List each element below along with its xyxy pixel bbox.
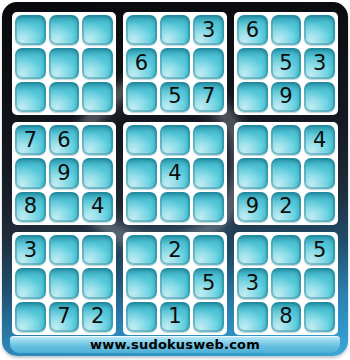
cell-r9c2: 7: [49, 302, 80, 332]
cell-r9c6[interactable]: [193, 302, 224, 332]
box-1-3: 6539: [234, 12, 338, 115]
cell-r1c4[interactable]: [126, 15, 157, 45]
cell-r6c8: 2: [271, 192, 302, 222]
cell-r2c5[interactable]: [160, 48, 191, 78]
cell-r1c7: 6: [237, 15, 268, 45]
cell-r2c7[interactable]: [237, 48, 268, 78]
cell-r6c2[interactable]: [49, 192, 80, 222]
cell-r9c5: 1: [160, 302, 191, 332]
cell-r8c8[interactable]: [271, 268, 302, 298]
cell-r4c9: 4: [304, 125, 335, 155]
cell-r3c6: 7: [193, 82, 224, 112]
cell-r1c1[interactable]: [15, 15, 46, 45]
cell-r4c7[interactable]: [237, 125, 268, 155]
cell-r4c5[interactable]: [160, 125, 191, 155]
cell-r4c8[interactable]: [271, 125, 302, 155]
box-2-2: 4: [123, 122, 227, 225]
cell-r7c8[interactable]: [271, 235, 302, 265]
box-3-2: 251: [123, 232, 227, 335]
box-2-3: 492: [234, 122, 338, 225]
cell-r3c8: 9: [271, 82, 302, 112]
box-1-2: 3657: [123, 12, 227, 115]
cell-r9c3: 2: [82, 302, 113, 332]
cell-r7c9: 5: [304, 235, 335, 265]
cell-r9c9[interactable]: [304, 302, 335, 332]
cell-r8c7: 3: [237, 268, 268, 298]
cell-r1c2[interactable]: [49, 15, 80, 45]
cell-r9c7[interactable]: [237, 302, 268, 332]
box-2-1: 76984: [12, 122, 116, 225]
cell-r8c9[interactable]: [304, 268, 335, 298]
cell-r2c9: 3: [304, 48, 335, 78]
footer-bar: www.sudokusweb.com: [10, 336, 340, 353]
cell-r5c8[interactable]: [271, 158, 302, 188]
cell-r5c2: 9: [49, 158, 80, 188]
cell-r7c6[interactable]: [193, 235, 224, 265]
cell-r8c5[interactable]: [160, 268, 191, 298]
cell-r9c1[interactable]: [15, 302, 46, 332]
cell-r2c1[interactable]: [15, 48, 46, 78]
cell-r1c8[interactable]: [271, 15, 302, 45]
cell-r7c3[interactable]: [82, 235, 113, 265]
cell-r3c2[interactable]: [49, 82, 80, 112]
website-text: www.sudokusweb.com: [90, 337, 260, 352]
cell-r2c6[interactable]: [193, 48, 224, 78]
cell-r3c3[interactable]: [82, 82, 113, 112]
cell-r2c8: 5: [271, 48, 302, 78]
cell-r8c6: 5: [193, 268, 224, 298]
cell-r4c2: 6: [49, 125, 80, 155]
cell-r7c1: 3: [15, 235, 46, 265]
box-3-1: 372: [12, 232, 116, 335]
cell-r8c4[interactable]: [126, 268, 157, 298]
cell-r3c4[interactable]: [126, 82, 157, 112]
cell-r9c4[interactable]: [126, 302, 157, 332]
cell-r8c1[interactable]: [15, 268, 46, 298]
cell-r8c2[interactable]: [49, 268, 80, 298]
sudoku-widget: 36576539769844492372251538 www.sudokuswe…: [0, 0, 350, 360]
cell-r3c7[interactable]: [237, 82, 268, 112]
cell-r7c7[interactable]: [237, 235, 268, 265]
cell-r3c1[interactable]: [15, 82, 46, 112]
cell-r7c4[interactable]: [126, 235, 157, 265]
box-1-1: [12, 12, 116, 115]
cell-r7c5: 2: [160, 235, 191, 265]
cell-r2c3[interactable]: [82, 48, 113, 78]
cell-r5c5: 4: [160, 158, 191, 188]
cell-r6c1: 8: [15, 192, 46, 222]
cell-r3c5: 5: [160, 82, 191, 112]
cell-r5c7[interactable]: [237, 158, 268, 188]
cell-r6c9[interactable]: [304, 192, 335, 222]
cell-r5c3[interactable]: [82, 158, 113, 188]
cell-r6c5[interactable]: [160, 192, 191, 222]
box-3-3: 538: [234, 232, 338, 335]
cell-r4c3[interactable]: [82, 125, 113, 155]
cell-r5c1[interactable]: [15, 158, 46, 188]
cell-r1c6: 3: [193, 15, 224, 45]
cell-r6c6[interactable]: [193, 192, 224, 222]
cell-r1c9[interactable]: [304, 15, 335, 45]
cell-r4c1: 7: [15, 125, 46, 155]
cell-r6c4[interactable]: [126, 192, 157, 222]
cell-r2c4: 6: [126, 48, 157, 78]
cell-r5c9[interactable]: [304, 158, 335, 188]
cell-r6c3: 4: [82, 192, 113, 222]
cell-r1c3[interactable]: [82, 15, 113, 45]
sudoku-board: 36576539769844492372251538: [12, 12, 338, 335]
cell-r5c6[interactable]: [193, 158, 224, 188]
cell-r2c2[interactable]: [49, 48, 80, 78]
cell-r4c4[interactable]: [126, 125, 157, 155]
cell-r8c3[interactable]: [82, 268, 113, 298]
cell-r6c7: 9: [237, 192, 268, 222]
cell-r4c6[interactable]: [193, 125, 224, 155]
cell-r7c2[interactable]: [49, 235, 80, 265]
cell-r5c4[interactable]: [126, 158, 157, 188]
cell-r9c8: 8: [271, 302, 302, 332]
cell-r1c5[interactable]: [160, 15, 191, 45]
board-frame: 36576539769844492372251538 www.sudokuswe…: [2, 2, 348, 356]
cell-r3c9[interactable]: [304, 82, 335, 112]
